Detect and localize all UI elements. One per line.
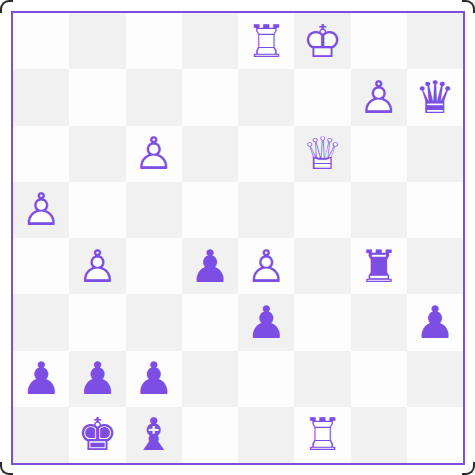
black-pawn-glyph: ♟ <box>126 351 182 407</box>
square-f2[interactable] <box>294 351 350 407</box>
square-d3[interactable] <box>182 294 238 350</box>
screenshot-page: ♜♖♚♔♟♙♛♟♙♛♕♟♙♟♙♟♟♙♜♟♟♟♟♟♚♝♜♖ <box>0 0 475 475</box>
square-c6[interactable]: ♟♙ <box>126 126 182 182</box>
square-h4[interactable] <box>407 238 463 294</box>
black-rook-glyph: ♜ <box>351 238 407 294</box>
black-king[interactable]: ♚ <box>69 407 125 463</box>
square-g6[interactable] <box>351 126 407 182</box>
square-c1[interactable]: ♝ <box>126 407 182 463</box>
black-rook[interactable]: ♜ <box>351 238 407 294</box>
white-pawn-glyph: ♙ <box>69 238 125 294</box>
square-h2[interactable] <box>407 351 463 407</box>
square-a7[interactable] <box>13 69 69 125</box>
black-pawn[interactable]: ♟ <box>13 351 69 407</box>
square-a8[interactable] <box>13 13 69 69</box>
white-queen[interactable]: ♛♕ <box>294 126 350 182</box>
square-e6[interactable] <box>238 126 294 182</box>
square-h6[interactable] <box>407 126 463 182</box>
square-g4[interactable]: ♜ <box>351 238 407 294</box>
white-pawn-glyph: ♙ <box>13 182 69 238</box>
white-pawn[interactable]: ♟♙ <box>351 69 407 125</box>
white-rook-glyph: ♖ <box>238 13 294 69</box>
white-pawn-glyph: ♙ <box>351 69 407 125</box>
square-d4[interactable]: ♟ <box>182 238 238 294</box>
square-e4[interactable]: ♟♙ <box>238 238 294 294</box>
square-g7[interactable]: ♟♙ <box>351 69 407 125</box>
square-a3[interactable] <box>13 294 69 350</box>
white-pawn[interactable]: ♟♙ <box>13 182 69 238</box>
square-g1[interactable] <box>351 407 407 463</box>
square-d6[interactable] <box>182 126 238 182</box>
white-pawn[interactable]: ♟♙ <box>126 126 182 182</box>
square-f3[interactable] <box>294 294 350 350</box>
black-pawn-glyph: ♟ <box>407 294 463 350</box>
square-e8[interactable]: ♜♖ <box>238 13 294 69</box>
square-f5[interactable] <box>294 182 350 238</box>
square-f1[interactable]: ♜♖ <box>294 407 350 463</box>
black-pawn[interactable]: ♟ <box>126 351 182 407</box>
square-e5[interactable] <box>238 182 294 238</box>
white-pawn-glyph: ♙ <box>238 238 294 294</box>
square-b4[interactable]: ♟♙ <box>69 238 125 294</box>
square-b1[interactable]: ♚ <box>69 407 125 463</box>
black-pawn-glyph: ♟ <box>182 238 238 294</box>
black-queen[interactable]: ♛ <box>407 69 463 125</box>
black-king-glyph: ♚ <box>69 407 125 463</box>
square-d7[interactable] <box>182 69 238 125</box>
square-h8[interactable] <box>407 13 463 69</box>
black-pawn-glyph: ♟ <box>238 294 294 350</box>
square-d2[interactable] <box>182 351 238 407</box>
black-pawn[interactable]: ♟ <box>238 294 294 350</box>
black-bishop[interactable]: ♝ <box>126 407 182 463</box>
square-a5[interactable]: ♟♙ <box>13 182 69 238</box>
square-f7[interactable] <box>294 69 350 125</box>
square-g3[interactable] <box>351 294 407 350</box>
white-pawn-glyph: ♙ <box>126 126 182 182</box>
square-g5[interactable] <box>351 182 407 238</box>
square-h5[interactable] <box>407 182 463 238</box>
chess-board-frame: ♜♖♚♔♟♙♛♟♙♛♕♟♙♟♙♟♟♙♜♟♟♟♟♟♚♝♜♖ <box>11 11 465 465</box>
square-f4[interactable] <box>294 238 350 294</box>
white-king[interactable]: ♚♔ <box>294 13 350 69</box>
chess-board: ♜♖♚♔♟♙♛♟♙♛♕♟♙♟♙♟♟♙♜♟♟♟♟♟♚♝♜♖ <box>13 13 463 463</box>
square-c8[interactable] <box>126 13 182 69</box>
square-d1[interactable] <box>182 407 238 463</box>
square-e1[interactable] <box>238 407 294 463</box>
square-g8[interactable] <box>351 13 407 69</box>
square-b7[interactable] <box>69 69 125 125</box>
square-g2[interactable] <box>351 351 407 407</box>
black-pawn-glyph: ♟ <box>13 351 69 407</box>
black-pawn[interactable]: ♟ <box>69 351 125 407</box>
square-e2[interactable] <box>238 351 294 407</box>
square-e7[interactable] <box>238 69 294 125</box>
black-queen-glyph: ♛ <box>407 69 463 125</box>
square-d8[interactable] <box>182 13 238 69</box>
square-h1[interactable] <box>407 407 463 463</box>
white-pawn[interactable]: ♟♙ <box>69 238 125 294</box>
black-pawn[interactable]: ♟ <box>407 294 463 350</box>
black-bishop-glyph: ♝ <box>126 407 182 463</box>
square-f6[interactable]: ♛♕ <box>294 126 350 182</box>
square-e3[interactable]: ♟ <box>238 294 294 350</box>
square-b3[interactable] <box>69 294 125 350</box>
square-c5[interactable] <box>126 182 182 238</box>
square-b8[interactable] <box>69 13 125 69</box>
square-c7[interactable] <box>126 69 182 125</box>
black-pawn-glyph: ♟ <box>69 351 125 407</box>
square-a1[interactable] <box>13 407 69 463</box>
white-rook-glyph: ♖ <box>294 407 350 463</box>
black-pawn[interactable]: ♟ <box>182 238 238 294</box>
square-c3[interactable] <box>126 294 182 350</box>
square-a6[interactable] <box>13 126 69 182</box>
square-a2[interactable]: ♟ <box>13 351 69 407</box>
square-b5[interactable] <box>69 182 125 238</box>
square-f8[interactable]: ♚♔ <box>294 13 350 69</box>
white-queen-glyph: ♕ <box>294 126 350 182</box>
square-c4[interactable] <box>126 238 182 294</box>
square-d5[interactable] <box>182 182 238 238</box>
square-h3[interactable]: ♟ <box>407 294 463 350</box>
white-rook[interactable]: ♜♖ <box>238 13 294 69</box>
square-h7[interactable]: ♛ <box>407 69 463 125</box>
white-rook[interactable]: ♜♖ <box>294 407 350 463</box>
white-pawn[interactable]: ♟♙ <box>238 238 294 294</box>
square-a4[interactable] <box>13 238 69 294</box>
white-king-glyph: ♔ <box>294 13 350 69</box>
square-b2[interactable]: ♟ <box>69 351 125 407</box>
square-c2[interactable]: ♟ <box>126 351 182 407</box>
square-b6[interactable] <box>69 126 125 182</box>
